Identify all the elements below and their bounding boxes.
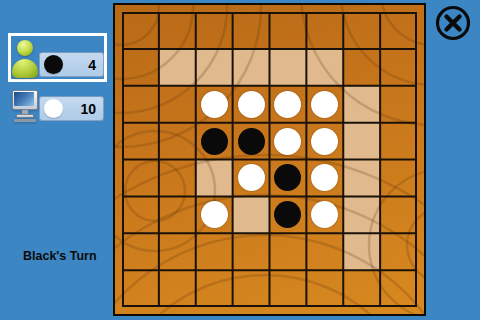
board-cell: [159, 86, 196, 123]
white-disc-icon: [44, 99, 63, 118]
legal-move-cell[interactable]: [233, 49, 270, 86]
board-cell: [159, 270, 196, 307]
board-cell: [306, 196, 343, 233]
white-disc: [201, 91, 228, 118]
legal-move-cell[interactable]: [270, 49, 307, 86]
board-cell: [380, 196, 417, 233]
white-disc: [311, 164, 338, 191]
board-cell: [306, 160, 343, 197]
board-cell: [159, 123, 196, 160]
board-cell: [122, 196, 159, 233]
white-disc: [311, 91, 338, 118]
white-disc: [274, 91, 301, 118]
board-cell: [122, 270, 159, 307]
board-cell: [196, 196, 233, 233]
player-white-card: 10: [8, 86, 107, 126]
black-disc: [201, 128, 228, 155]
board-cell: [270, 86, 307, 123]
board-cell: [306, 86, 343, 123]
board-cell: [122, 233, 159, 270]
board-cell: [270, 233, 307, 270]
board-cell: [196, 123, 233, 160]
black-score-bar: 4: [39, 52, 104, 77]
legal-move-cell[interactable]: [159, 49, 196, 86]
board-cell: [306, 270, 343, 307]
board-cell: [380, 233, 417, 270]
board-cell: [233, 270, 270, 307]
board-cell: [159, 196, 196, 233]
board-cell: [270, 123, 307, 160]
board-grid[interactable]: [122, 12, 417, 307]
board-cell: [380, 86, 417, 123]
legal-move-cell[interactable]: [233, 196, 270, 233]
board-cell: [270, 160, 307, 197]
legal-move-cell[interactable]: [343, 233, 380, 270]
legal-move-cell[interactable]: [343, 123, 380, 160]
board-cell: [270, 12, 307, 49]
white-disc: [238, 91, 265, 118]
black-disc: [238, 128, 265, 155]
person-icon: [12, 39, 38, 79]
board-cell: [122, 86, 159, 123]
close-button[interactable]: [434, 4, 472, 42]
turn-indicator: Black's Turn: [23, 249, 97, 263]
board-cell: [343, 12, 380, 49]
legal-move-cell[interactable]: [343, 160, 380, 197]
board-cell: [233, 12, 270, 49]
board-cell: [122, 12, 159, 49]
board-cell: [196, 86, 233, 123]
board-cell: [196, 270, 233, 307]
white-disc: [311, 128, 338, 155]
board-cell: [380, 160, 417, 197]
black-disc: [274, 201, 301, 228]
board-cell: [122, 160, 159, 197]
legal-move-cell[interactable]: [196, 49, 233, 86]
board-cell: [306, 233, 343, 270]
board-cell: [122, 123, 159, 160]
board-cell: [196, 12, 233, 49]
board-cell: [343, 270, 380, 307]
black-score: 4: [88, 57, 96, 73]
black-disc-icon: [44, 55, 63, 74]
white-disc: [201, 201, 228, 228]
avatar: [12, 90, 38, 123]
black-disc: [274, 164, 301, 191]
board-cell: [380, 12, 417, 49]
board-cell: [196, 233, 233, 270]
avatar: [12, 39, 38, 79]
board-cell: [343, 49, 380, 86]
board-cell: [380, 49, 417, 86]
legal-move-cell[interactable]: [306, 49, 343, 86]
board-cell: [159, 160, 196, 197]
legal-move-cell[interactable]: [196, 160, 233, 197]
board-cell: [306, 123, 343, 160]
board-cell: [270, 270, 307, 307]
board-cell: [122, 49, 159, 86]
board-cell: [233, 86, 270, 123]
board-cell: [233, 233, 270, 270]
othello-board: [113, 3, 426, 316]
white-disc: [311, 201, 338, 228]
board-cell: [306, 12, 343, 49]
white-score: 10: [80, 101, 96, 117]
board-cell: [380, 270, 417, 307]
board-cell: [233, 123, 270, 160]
board-cell: [159, 233, 196, 270]
white-disc: [238, 164, 265, 191]
white-score-bar: 10: [39, 96, 104, 121]
legal-move-cell[interactable]: [343, 86, 380, 123]
board-cell: [380, 123, 417, 160]
board-cell: [233, 160, 270, 197]
computer-icon: [12, 90, 38, 123]
close-icon: [434, 4, 472, 42]
board-cell: [270, 196, 307, 233]
white-disc: [274, 128, 301, 155]
board-cell: [159, 12, 196, 49]
player-black-card: 4: [8, 33, 107, 82]
legal-move-cell[interactable]: [343, 196, 380, 233]
